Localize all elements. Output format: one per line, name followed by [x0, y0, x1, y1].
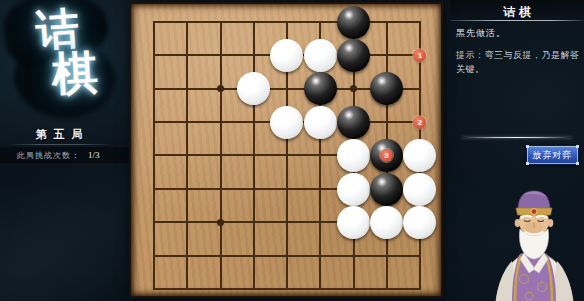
white-stone: [403, 206, 436, 239]
button-corner-ornament: [576, 162, 579, 165]
button-corner-ornament: [576, 145, 579, 148]
attempts-value: 1/3: [88, 150, 100, 160]
puzzle-title-calligraphy-char1: 诘: [35, 7, 81, 53]
puzzle-hint: 提示：弯三与反提，乃是解答关键。: [456, 48, 582, 76]
puzzle-objective: 黑先做活。: [456, 27, 580, 40]
white-stone: [270, 106, 303, 139]
black-stone: [337, 6, 370, 39]
white-stone: [237, 72, 270, 105]
white-stone: [270, 39, 303, 72]
sidebar: 诘 棋 第五局 此局挑战次数： 1/3: [0, 0, 129, 301]
give-up-button[interactable]: 放弃对弈: [526, 145, 579, 165]
npc-portrait: [484, 189, 584, 301]
white-stone: [304, 39, 337, 72]
black-stone: [304, 72, 337, 105]
give-up-button-label: 放弃对弈: [533, 149, 573, 162]
white-stone: [403, 173, 436, 206]
attempts-label: 此局挑战次数：: [17, 150, 80, 161]
move-marker-1: 1: [413, 49, 426, 62]
star-point: [217, 219, 224, 226]
old-master-illustration: [484, 189, 584, 301]
divider: [462, 137, 572, 138]
black-stone: [370, 173, 403, 206]
divider: [450, 20, 584, 21]
white-stone: [370, 206, 403, 239]
go-board[interactable]: 123: [129, 2, 443, 298]
black-stone: [337, 106, 370, 139]
puzzle-title-calligraphy-char2: 棋: [51, 50, 99, 98]
white-stone: [403, 139, 436, 172]
divider: [8, 144, 112, 145]
white-stone: [337, 173, 370, 206]
game-screen: 诘 棋 第五局 此局挑战次数： 1/3 123 诘棋 黑先做活。 提示：弯三与反…: [0, 0, 584, 301]
button-corner-ornament: [526, 145, 529, 148]
white-stone: [337, 139, 370, 172]
black-stone: [337, 39, 370, 72]
info-panel: 诘棋 黑先做活。 提示：弯三与反提，乃是解答关键。 放弃对弈: [450, 0, 584, 301]
move-marker-2: 2: [413, 116, 426, 129]
attempts-band: 此局挑战次数： 1/3: [0, 147, 129, 163]
button-corner-ornament: [526, 162, 529, 165]
round-label: 第五局: [0, 127, 118, 142]
star-point: [217, 85, 224, 92]
panel-title: 诘棋: [450, 4, 584, 21]
white-stone: [337, 206, 370, 239]
white-stone: [304, 106, 337, 139]
